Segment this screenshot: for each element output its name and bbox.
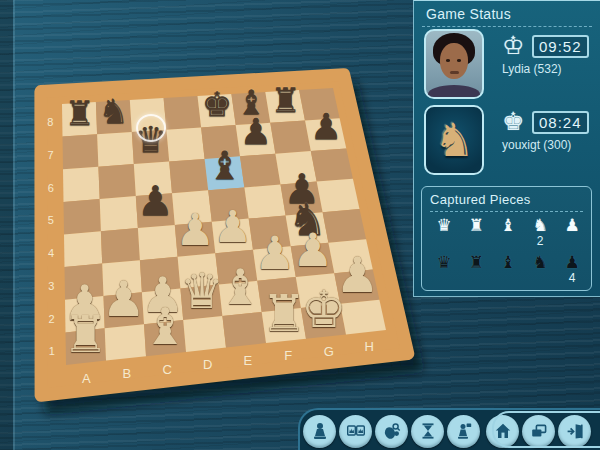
black-king-icon: ♚ — [502, 107, 524, 136]
piece-setup-icon — [454, 421, 474, 441]
piece-black-pawn-h7[interactable]: ♟ — [310, 109, 342, 145]
player-row-white: ♔ 09:52 Lydia (532) — [424, 29, 594, 99]
white-queen-icon: ♛ — [428, 215, 460, 235]
black-pawn-icon: ♟ — [556, 252, 588, 272]
player-avatar-photo — [424, 29, 484, 99]
chess-piece-button[interactable] — [303, 415, 336, 448]
white-pawn-icon: ♟ — [556, 215, 588, 235]
captured-white-bishop: ♝ — [492, 215, 524, 249]
white-bishop-icon: ♝ — [492, 215, 524, 235]
white-knight-icon: ♞ — [524, 215, 556, 235]
hourglass-icon — [418, 421, 438, 441]
captured-white-queen: ♛ — [428, 215, 460, 249]
rank-label-5: 5 — [48, 214, 54, 226]
piece-black-bishop-e6[interactable]: ♝ — [207, 146, 242, 185]
square-d8[interactable] — [164, 96, 202, 130]
avatar-eye — [446, 59, 450, 62]
hand-pieces-button[interactable] — [375, 415, 408, 448]
divider — [422, 26, 592, 27]
black-queen-icon: ♛ — [428, 252, 460, 272]
knight-figurine-icon: ♞ — [433, 113, 474, 167]
panel-title: Game Status — [414, 1, 600, 26]
piece-white-rook-a1[interactable]: ♜ — [63, 310, 109, 361]
square-f6[interactable] — [240, 154, 281, 188]
captured-count: 2 — [524, 235, 556, 247]
player-avatar-knight: ♞ — [424, 105, 484, 175]
toolbar-group-outline — [492, 411, 600, 448]
game-status-panel: Game Status ♔ 09:52 Lydia (532) ♞ ♚ 08:2… — [413, 0, 600, 297]
captured-black-bishop: ♝ — [492, 252, 524, 286]
rank-label-8: 8 — [47, 116, 53, 128]
rank-label-7: 7 — [47, 149, 53, 161]
file-label-C: C — [163, 362, 172, 377]
two-kings-icon — [346, 421, 366, 441]
piece-black-knight-b8[interactable]: ♞ — [99, 94, 129, 128]
black-clock: 08:24 — [532, 111, 589, 134]
piece-white-bishop-c1[interactable]: ♝ — [142, 301, 188, 352]
piece-black-pawn-c5[interactable]: ♟ — [137, 182, 174, 223]
captured-black-queen: ♛ — [428, 252, 460, 286]
square-c4[interactable] — [138, 225, 178, 260]
square-g7[interactable] — [270, 121, 311, 154]
player-row-black: ♞ ♚ 08:24 youxigt (300) — [424, 105, 594, 175]
piece-white-pawn-g3[interactable]: ♟ — [292, 227, 333, 273]
captured-white-pawn: ♟ — [556, 215, 588, 249]
divider — [430, 211, 583, 212]
square-b4[interactable] — [101, 228, 140, 264]
captured-count: 4 — [556, 272, 588, 284]
piece-black-pawn-f7[interactable]: ♟ — [240, 114, 272, 150]
piece-white-pawn-d4[interactable]: ♟ — [176, 208, 215, 252]
rank-label-6: 6 — [48, 182, 54, 194]
avatar-eye — [457, 59, 461, 62]
white-player-name: Lydia (532) — [502, 62, 562, 76]
black-rook-icon: ♜ — [460, 252, 492, 272]
file-label-F: F — [284, 348, 292, 363]
square-a5[interactable] — [64, 199, 101, 235]
piece-black-king-e8[interactable]: ♚ — [202, 87, 232, 121]
avatar-face — [440, 43, 468, 79]
square-h1[interactable] — [340, 300, 386, 335]
captured-white-knight: ♞2 — [524, 215, 556, 249]
captured-white-row: ♛♜♝♞2♟ — [428, 215, 588, 249]
square-e1[interactable] — [222, 312, 266, 348]
chess-app-window: ABCDEFGH87654321 ♜♞♚♝♜♛♟♟♝♟♟♟♟♞♟♟♟♟♟♛♝♟♜… — [0, 0, 600, 450]
file-label-E: E — [244, 353, 253, 368]
piece-white-pawn-e4[interactable]: ♟ — [213, 204, 252, 248]
hourglass-button[interactable] — [411, 415, 444, 448]
captured-title: Captured Pieces — [422, 187, 591, 211]
captured-black-knight: ♞ — [524, 252, 556, 286]
file-label-D: D — [203, 357, 212, 372]
white-clock: 09:52 — [532, 35, 589, 58]
captured-pieces-panel: Captured Pieces ♛♜♝♞2♟ ♛♜♝♞♟4 — [421, 186, 592, 291]
captured-black-pawn: ♟4 — [556, 252, 588, 286]
rank-label-3: 3 — [48, 280, 54, 292]
selected-piece-ring — [136, 114, 166, 142]
chess-piece-icon — [310, 421, 330, 441]
white-rook-icon: ♜ — [460, 215, 492, 235]
square-a6[interactable] — [63, 167, 100, 202]
piece-white-king-g1[interactable]: ♚ — [301, 284, 347, 335]
white-king-icon: ♔ — [502, 31, 524, 60]
square-a7[interactable] — [63, 134, 99, 169]
piece-black-rook-a8[interactable]: ♜ — [64, 96, 94, 130]
piece-white-bishop-e2[interactable]: ♝ — [219, 263, 263, 312]
square-a4[interactable] — [64, 231, 102, 267]
rank-label-2: 2 — [49, 313, 55, 325]
black-player-name: youxigt (300) — [502, 138, 571, 152]
file-label-H: H — [364, 339, 373, 354]
captured-white-rook: ♜ — [460, 215, 492, 249]
square-d6[interactable] — [169, 159, 208, 193]
square-b6[interactable] — [98, 164, 135, 199]
square-d7[interactable] — [166, 127, 204, 161]
captured-black-rook: ♜ — [460, 252, 492, 286]
piece-black-rook-g8[interactable]: ♜ — [270, 83, 300, 117]
avatar-mouth — [450, 71, 459, 74]
opponents-button[interactable] — [339, 415, 372, 448]
black-bishop-icon: ♝ — [492, 252, 524, 272]
toolbar — [298, 408, 600, 450]
piece-setup-button[interactable] — [447, 415, 480, 448]
rank-label-4: 4 — [48, 247, 54, 259]
file-label-G: G — [324, 344, 334, 359]
square-b7[interactable] — [97, 132, 134, 167]
avatar-shoulders — [428, 85, 480, 99]
square-d1[interactable] — [183, 316, 226, 352]
square-b5[interactable] — [100, 196, 138, 231]
file-label-B: B — [122, 366, 131, 381]
black-knight-icon: ♞ — [524, 252, 556, 272]
captured-black-row: ♛♜♝♞♟4 — [428, 252, 588, 286]
rank-label-1: 1 — [49, 345, 55, 357]
file-label-A: A — [82, 371, 91, 386]
square-b1[interactable] — [105, 324, 146, 360]
hand-with-pieces-icon — [382, 421, 402, 441]
